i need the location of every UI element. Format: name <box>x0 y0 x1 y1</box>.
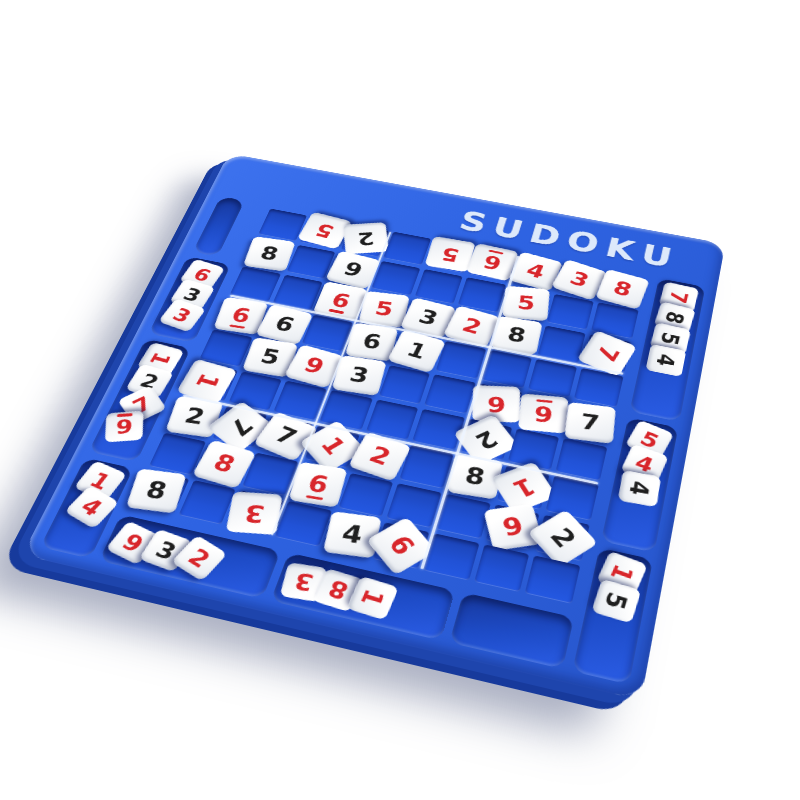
tile-digit: 9 <box>341 260 366 281</box>
tile-digit: 6 <box>487 393 506 415</box>
tile-digit: 5 <box>373 299 395 319</box>
cell-r8c2[interactable]: 8 <box>196 442 252 485</box>
tile-digit: 1 <box>316 434 350 459</box>
tile-digit: 8 <box>258 244 281 263</box>
cell-r9c8[interactable] <box>474 544 530 592</box>
tile-digit: 2 <box>357 229 376 247</box>
tile-digit: 3 <box>415 307 440 329</box>
tile-digit: 4 <box>626 479 653 497</box>
cell-r1c6[interactable]: 6 <box>468 247 515 281</box>
sudoku-board-wrap: SUDOKU 633127614 52564388956532876661593… <box>22 153 725 700</box>
tile-digit: 4 <box>653 352 679 368</box>
tile-digit: 8 <box>209 451 238 477</box>
cell-r2c4[interactable] <box>371 261 420 296</box>
cell-r8c8[interactable]: 9 <box>485 504 539 550</box>
number-tile-r5c9[interactable]: 7 <box>565 402 616 444</box>
number-tile-r9c1[interactable]: 8 <box>126 468 186 513</box>
tile-digit: 5 <box>258 346 283 368</box>
cell-r5c6[interactable] <box>424 374 476 414</box>
number-tile-r8c8[interactable]: 9 <box>483 503 543 550</box>
cell-r2c1[interactable]: 8 <box>244 237 294 271</box>
tile-digit: 6 <box>384 532 419 560</box>
tile-digit: 3 <box>347 364 371 386</box>
tile-digit: 1 <box>508 474 538 501</box>
tile-digit: 8 <box>325 577 352 604</box>
tile-digit: 5 <box>658 331 684 348</box>
tile-digit: 5 <box>601 589 632 612</box>
tile-digit: 6 <box>305 472 330 497</box>
number-tile-r5c7[interactable]: 6 <box>473 385 520 423</box>
cell-r1c4[interactable] <box>383 232 431 266</box>
cell-r1c5[interactable]: 5 <box>425 240 473 274</box>
tile-digit: 4 <box>340 521 365 547</box>
product-photo-scene: SUDOKU 633127614 52564388956532876661593… <box>0 0 800 800</box>
tile-digit: 6 <box>271 313 297 335</box>
number-tile-r2c1[interactable]: 8 <box>243 236 295 271</box>
cell-r1c7[interactable]: 4 <box>512 255 559 290</box>
tile-digit: 8 <box>463 464 487 489</box>
tile-digit: 5 <box>439 244 461 264</box>
tile-digit: 9 <box>500 514 526 540</box>
cell-r5c8[interactable]: 6 <box>518 393 569 434</box>
sudoku-board: SUDOKU 633127614 52564388956532876661593… <box>22 153 725 700</box>
tile-digit: 7 <box>224 414 256 439</box>
tile-digit: 6 <box>481 252 504 272</box>
cell-r8c6[interactable] <box>387 483 442 528</box>
tile-digit: 8 <box>611 278 635 300</box>
cell-r4c8[interactable] <box>528 359 578 398</box>
number-tile-r5c8[interactable]: 6 <box>518 393 568 433</box>
tile-digit: 4 <box>523 261 547 282</box>
cell-r8c5[interactable] <box>338 473 394 517</box>
tray-tile-right-top-4[interactable]: 4 <box>646 344 687 377</box>
cell-r5c4[interactable]: 3 <box>333 356 385 395</box>
tray-compartment-finger-notch <box>192 196 244 257</box>
tile-digit: 3 <box>243 500 267 525</box>
cell-r1c2[interactable]: 5 <box>299 216 347 249</box>
cell-r2c7[interactable]: 5 <box>502 286 550 322</box>
tile-digit: 2 <box>545 524 580 551</box>
tile-digit: 1 <box>191 371 223 391</box>
tile-digit: 5 <box>516 294 535 314</box>
tile-digit: 3 <box>292 570 316 595</box>
cell-r5c5[interactable] <box>378 365 430 404</box>
cell-r8c9[interactable]: 2 <box>536 515 590 561</box>
tile-digit: 1 <box>357 587 388 610</box>
tile-digit: 7 <box>271 424 301 450</box>
cell-r9c1[interactable]: 8 <box>131 470 189 514</box>
tile-digit: 3 <box>170 305 195 325</box>
tile-digit: 6 <box>329 290 353 311</box>
tile-digit: 3 <box>566 269 591 291</box>
cell-r4c6[interactable] <box>436 341 486 379</box>
tile-digit: 7 <box>591 343 622 365</box>
cell-r4c5[interactable]: 1 <box>391 332 442 370</box>
number-tile-r9c5[interactable]: 4 <box>323 511 381 558</box>
tile-digit: 2 <box>184 545 215 572</box>
cell-r2c8[interactable] <box>546 294 594 330</box>
tile-digit: 8 <box>143 478 169 503</box>
tile-digit: 1 <box>403 339 429 362</box>
tile-digit: 6 <box>533 402 553 425</box>
cell-r9c2[interactable] <box>178 480 236 525</box>
tile-digit: 9 <box>301 354 328 377</box>
tray-tile-right-middle-3[interactable]: 4 <box>618 470 661 507</box>
cell-r9c6[interactable]: 6 <box>373 522 430 569</box>
cell-r4c7[interactable] <box>482 350 532 389</box>
tile-digit: 4 <box>77 494 107 519</box>
tile-digit: 5 <box>312 220 337 240</box>
tile-digit: 6 <box>115 417 133 437</box>
tile-digit: 2 <box>182 405 207 428</box>
tile-digit: 7 <box>580 411 601 434</box>
tile-digit: 6 <box>229 305 253 326</box>
tile-digit: 6 <box>360 331 383 352</box>
cell-r4c2[interactable]: 6 <box>258 306 310 343</box>
cell-r1c8[interactable]: 3 <box>555 264 602 299</box>
cell-r9c5[interactable]: 4 <box>323 511 380 557</box>
cell-r9c9[interactable] <box>525 555 580 604</box>
cell-r1c9[interactable]: 8 <box>599 272 645 307</box>
tile-digit: 2 <box>459 316 484 339</box>
cell-r5c9[interactable]: 7 <box>565 402 616 443</box>
tray-tile-left-middle-4[interactable]: 6 <box>105 411 143 442</box>
tile-digit: 8 <box>506 325 528 347</box>
number-tile-r2c7[interactable]: 5 <box>502 286 549 322</box>
tile-digit: 2 <box>471 426 502 452</box>
tile-digit: 2 <box>365 443 394 469</box>
tile-digit: 8 <box>662 309 688 326</box>
